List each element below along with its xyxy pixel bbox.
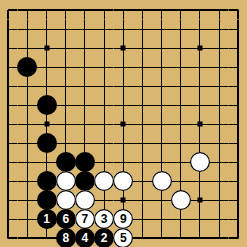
intersection-c5-r3[interactable] xyxy=(94,58,113,77)
intersection-c8-r11[interactable] xyxy=(152,210,171,229)
intersection-c2-r6[interactable] xyxy=(37,115,56,134)
white-stone xyxy=(56,190,76,210)
black-stone-move-4: 4 xyxy=(75,228,95,247)
intersection-c11-r8[interactable] xyxy=(209,153,228,172)
intersection-c2-r2[interactable] xyxy=(37,39,56,58)
intersection-c2-r8[interactable] xyxy=(37,153,56,172)
star-point xyxy=(121,46,126,51)
intersection-c10-r7[interactable] xyxy=(190,134,209,153)
intersection-c6-r12[interactable]: 5 xyxy=(114,229,133,247)
intersection-c5-r7[interactable] xyxy=(94,134,113,153)
intersection-c4-r11[interactable]: 7 xyxy=(75,210,94,229)
intersection-c4-r2[interactable] xyxy=(75,39,94,58)
intersection-c12-r1[interactable] xyxy=(229,20,247,39)
intersection-c5-r10[interactable] xyxy=(94,191,113,210)
intersection-c3-r7[interactable] xyxy=(56,134,75,153)
intersection-c0-r4[interactable] xyxy=(0,77,18,96)
intersection-c3-r10[interactable] xyxy=(56,191,75,210)
intersection-c5-r6[interactable] xyxy=(94,115,113,134)
black-stone xyxy=(56,152,76,172)
intersection-c6-r11[interactable]: 9 xyxy=(114,210,133,229)
star-point xyxy=(121,122,126,127)
white-stone xyxy=(94,171,114,191)
intersection-c1-r8[interactable] xyxy=(18,153,37,172)
black-stone xyxy=(75,152,95,172)
intersection-c6-r1[interactable] xyxy=(114,20,133,39)
intersection-c10-r10[interactable] xyxy=(190,191,209,210)
intersection-c3-r0[interactable] xyxy=(56,1,75,20)
intersection-c3-r11[interactable]: 6 xyxy=(56,210,75,229)
white-stone-move-9: 9 xyxy=(113,209,133,229)
intersection-c0-r12[interactable] xyxy=(0,229,18,247)
intersection-c8-r0[interactable] xyxy=(152,1,171,20)
intersection-c2-r3[interactable] xyxy=(37,58,56,77)
intersection-c4-r4[interactable] xyxy=(75,77,94,96)
go-diagram: 167398425 xyxy=(0,0,247,247)
intersection-c5-r4[interactable] xyxy=(94,77,113,96)
black-stone xyxy=(37,190,57,210)
intersection-c5-r12[interactable]: 2 xyxy=(94,229,113,247)
intersection-c0-r0[interactable] xyxy=(0,1,18,20)
intersection-c10-r5[interactable] xyxy=(190,96,209,115)
black-stone xyxy=(75,171,95,191)
intersection-c0-r7[interactable] xyxy=(0,134,18,153)
intersection-c12-r10[interactable] xyxy=(229,191,247,210)
black-stone xyxy=(37,171,57,191)
intersection-c1-r6[interactable] xyxy=(18,115,37,134)
black-stone-move-6: 6 xyxy=(56,209,76,229)
intersection-c6-r10[interactable] xyxy=(114,191,133,210)
intersection-c10-r12[interactable] xyxy=(190,229,209,247)
intersection-c2-r9[interactable] xyxy=(37,172,56,191)
intersection-c2-r11[interactable]: 1 xyxy=(37,210,56,229)
star-point xyxy=(197,122,202,127)
intersection-c4-r5[interactable] xyxy=(75,96,94,115)
intersection-c9-r3[interactable] xyxy=(171,58,190,77)
intersection-c3-r3[interactable] xyxy=(56,58,75,77)
intersection-c5-r11[interactable]: 3 xyxy=(94,210,113,229)
intersection-c7-r10[interactable] xyxy=(133,191,152,210)
intersection-c9-r9[interactable] xyxy=(171,172,190,191)
intersection-c3-r1[interactable] xyxy=(56,20,75,39)
intersection-c8-r1[interactable] xyxy=(152,20,171,39)
intersection-c1-r5[interactable] xyxy=(18,96,37,115)
intersection-c5-r9[interactable] xyxy=(94,172,113,191)
intersection-c5-r0[interactable] xyxy=(94,1,113,20)
intersection-c4-r10[interactable] xyxy=(75,191,94,210)
intersection-c4-r3[interactable] xyxy=(75,58,94,77)
black-stone-move-1: 1 xyxy=(37,209,57,229)
intersection-c9-r2[interactable] xyxy=(171,39,190,58)
white-stone xyxy=(152,171,172,191)
white-stone-move-5: 5 xyxy=(113,228,133,247)
intersection-c0-r9[interactable] xyxy=(0,172,18,191)
intersection-c11-r9[interactable] xyxy=(209,172,228,191)
intersection-c6-r2[interactable] xyxy=(114,39,133,58)
intersection-c12-r3[interactable] xyxy=(229,58,247,77)
intersection-c8-r5[interactable] xyxy=(152,96,171,115)
intersection-c3-r5[interactable] xyxy=(56,96,75,115)
intersection-c0-r1[interactable] xyxy=(0,20,18,39)
intersection-c7-r6[interactable] xyxy=(133,115,152,134)
intersection-c3-r6[interactable] xyxy=(56,115,75,134)
intersection-c3-r12[interactable]: 8 xyxy=(56,229,75,247)
intersection-c9-r0[interactable] xyxy=(171,1,190,20)
intersection-c9-r1[interactable] xyxy=(171,20,190,39)
intersection-c12-r5[interactable] xyxy=(229,96,247,115)
intersection-c12-r2[interactable] xyxy=(229,39,247,58)
intersection-c11-r3[interactable] xyxy=(209,58,228,77)
intersection-c4-r1[interactable] xyxy=(75,20,94,39)
intersection-c6-r5[interactable] xyxy=(114,96,133,115)
intersection-c11-r7[interactable] xyxy=(209,134,228,153)
intersection-c6-r9[interactable] xyxy=(114,172,133,191)
intersection-c10-r2[interactable] xyxy=(190,39,209,58)
intersection-c11-r12[interactable] xyxy=(209,229,228,247)
intersection-c6-r0[interactable] xyxy=(114,1,133,20)
intersection-c0-r8[interactable] xyxy=(0,153,18,172)
intersection-c6-r6[interactable] xyxy=(114,115,133,134)
intersection-c0-r3[interactable] xyxy=(0,58,18,77)
intersection-c9-r6[interactable] xyxy=(171,115,190,134)
intersection-c3-r4[interactable] xyxy=(56,77,75,96)
intersection-c8-r2[interactable] xyxy=(152,39,171,58)
intersection-c0-r11[interactable] xyxy=(0,210,18,229)
intersection-c0-r5[interactable] xyxy=(0,96,18,115)
star-point xyxy=(121,198,126,203)
intersection-c0-r2[interactable] xyxy=(0,39,18,58)
intersection-c8-r4[interactable] xyxy=(152,77,171,96)
black-stone xyxy=(37,133,57,153)
intersection-c1-r7[interactable] xyxy=(18,134,37,153)
intersection-c12-r6[interactable] xyxy=(229,115,247,134)
intersection-c9-r8[interactable] xyxy=(171,153,190,172)
intersection-c6-r8[interactable] xyxy=(114,153,133,172)
intersection-c8-r10[interactable] xyxy=(152,191,171,210)
white-stone-move-7: 7 xyxy=(75,209,95,229)
black-stone-move-2: 2 xyxy=(94,228,114,247)
intersection-c5-r8[interactable] xyxy=(94,153,113,172)
star-point xyxy=(197,46,202,51)
white-stone xyxy=(190,152,210,172)
go-board: 167398425 xyxy=(0,1,247,247)
intersection-c6-r3[interactable] xyxy=(114,58,133,77)
intersection-c11-r11[interactable] xyxy=(209,210,228,229)
star-point xyxy=(197,198,202,203)
intersection-c7-r1[interactable] xyxy=(133,20,152,39)
intersection-c12-r7[interactable] xyxy=(229,134,247,153)
white-stone-move-3: 3 xyxy=(94,209,114,229)
intersection-c12-r12[interactable] xyxy=(229,229,247,247)
intersection-c9-r4[interactable] xyxy=(171,77,190,96)
intersection-c8-r6[interactable] xyxy=(152,115,171,134)
intersection-c1-r3[interactable] xyxy=(18,58,37,77)
intersection-c11-r1[interactable] xyxy=(209,20,228,39)
intersection-c8-r9[interactable] xyxy=(152,172,171,191)
white-stone xyxy=(56,171,76,191)
intersection-c5-r1[interactable] xyxy=(94,20,113,39)
star-point xyxy=(44,122,49,127)
intersection-c9-r11[interactable] xyxy=(171,210,190,229)
intersection-c11-r0[interactable] xyxy=(209,1,228,20)
star-point xyxy=(44,46,49,51)
intersection-c1-r12[interactable] xyxy=(18,229,37,247)
intersection-c10-r3[interactable] xyxy=(190,58,209,77)
intersection-c8-r7[interactable] xyxy=(152,134,171,153)
intersection-c12-r9[interactable] xyxy=(229,172,247,191)
black-stone xyxy=(37,95,57,115)
intersection-c1-r10[interactable] xyxy=(18,191,37,210)
intersection-c8-r3[interactable] xyxy=(152,58,171,77)
intersection-c4-r8[interactable] xyxy=(75,153,94,172)
intersection-c7-r4[interactable] xyxy=(133,77,152,96)
intersection-c1-r0[interactable] xyxy=(18,1,37,20)
intersection-c12-r0[interactable] xyxy=(229,1,247,20)
intersection-c7-r12[interactable] xyxy=(133,229,152,247)
intersection-c7-r7[interactable] xyxy=(133,134,152,153)
intersection-c10-r9[interactable] xyxy=(190,172,209,191)
intersection-c6-r7[interactable] xyxy=(114,134,133,153)
intersection-c1-r4[interactable] xyxy=(18,77,37,96)
intersection-c7-r2[interactable] xyxy=(133,39,152,58)
intersection-c10-r4[interactable] xyxy=(190,77,209,96)
intersection-c2-r7[interactable] xyxy=(37,134,56,153)
intersection-c7-r11[interactable] xyxy=(133,210,152,229)
intersection-c2-r12[interactable] xyxy=(37,229,56,247)
intersection-c6-r4[interactable] xyxy=(114,77,133,96)
intersection-c10-r6[interactable] xyxy=(190,115,209,134)
intersection-c8-r12[interactable] xyxy=(152,229,171,247)
intersection-c12-r11[interactable] xyxy=(229,210,247,229)
intersection-c1-r1[interactable] xyxy=(18,20,37,39)
intersection-c7-r0[interactable] xyxy=(133,1,152,20)
intersection-c9-r5[interactable] xyxy=(171,96,190,115)
intersection-c0-r6[interactable] xyxy=(0,115,18,134)
white-stone xyxy=(171,190,191,210)
intersection-c11-r5[interactable] xyxy=(209,96,228,115)
intersection-c2-r1[interactable] xyxy=(37,20,56,39)
intersection-c9-r10[interactable] xyxy=(171,191,190,210)
intersection-c2-r0[interactable] xyxy=(37,1,56,20)
intersection-c0-r10[interactable] xyxy=(0,191,18,210)
white-stone xyxy=(113,171,133,191)
intersection-c1-r11[interactable] xyxy=(18,210,37,229)
intersection-c4-r6[interactable] xyxy=(75,115,94,134)
black-stone-move-8: 8 xyxy=(56,228,76,247)
intersection-c3-r9[interactable] xyxy=(56,172,75,191)
intersection-c4-r9[interactable] xyxy=(75,172,94,191)
intersection-c10-r0[interactable] xyxy=(190,1,209,20)
intersection-c3-r8[interactable] xyxy=(56,153,75,172)
intersection-c12-r8[interactable] xyxy=(229,153,247,172)
intersection-c4-r0[interactable] xyxy=(75,1,94,20)
intersection-c3-r2[interactable] xyxy=(56,39,75,58)
intersection-c2-r5[interactable] xyxy=(37,96,56,115)
intersection-c2-r4[interactable] xyxy=(37,77,56,96)
intersection-c10-r1[interactable] xyxy=(190,20,209,39)
white-stone xyxy=(75,190,95,210)
intersection-c11-r4[interactable] xyxy=(209,77,228,96)
intersection-c10-r11[interactable] xyxy=(190,210,209,229)
intersection-c11-r2[interactable] xyxy=(209,39,228,58)
intersection-c9-r12[interactable] xyxy=(171,229,190,247)
intersection-c7-r8[interactable] xyxy=(133,153,152,172)
black-stone xyxy=(17,57,37,77)
intersection-c11-r10[interactable] xyxy=(209,191,228,210)
intersection-c10-r8[interactable] xyxy=(190,153,209,172)
intersection-c1-r9[interactable] xyxy=(18,172,37,191)
intersection-c5-r2[interactable] xyxy=(94,39,113,58)
intersection-c4-r7[interactable] xyxy=(75,134,94,153)
intersection-c9-r7[interactable] xyxy=(171,134,190,153)
intersection-c7-r5[interactable] xyxy=(133,96,152,115)
intersection-c12-r4[interactable] xyxy=(229,77,247,96)
intersection-c7-r3[interactable] xyxy=(133,58,152,77)
intersection-c4-r12[interactable]: 4 xyxy=(75,229,94,247)
intersection-c7-r9[interactable] xyxy=(133,172,152,191)
intersection-c2-r10[interactable] xyxy=(37,191,56,210)
intersection-c5-r5[interactable] xyxy=(94,96,113,115)
intersection-c1-r2[interactable] xyxy=(18,39,37,58)
intersection-c11-r6[interactable] xyxy=(209,115,228,134)
intersection-c8-r8[interactable] xyxy=(152,153,171,172)
